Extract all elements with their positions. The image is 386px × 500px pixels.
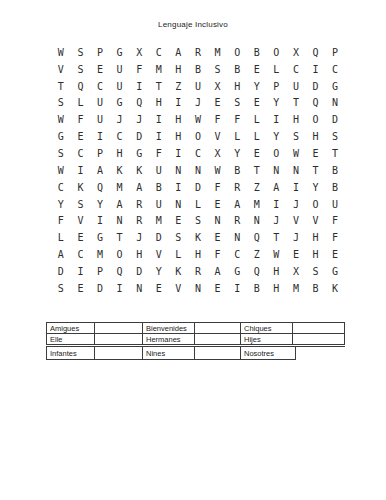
word-cell-hijes: Hijes	[241, 334, 293, 345]
grid-cell-r13c6: V	[149, 246, 169, 263]
grid-cell-r5c10: F	[227, 111, 247, 128]
grid-cell-r11c2: V	[71, 212, 91, 229]
grid-cell-r3c6: T	[149, 78, 169, 95]
grid-cell-r2c3: E	[90, 61, 110, 78]
grid-cell-r11c4: N	[110, 212, 130, 229]
answer-blank-cell	[95, 323, 143, 334]
puzzle-title: Lenguaje Inclusivo	[0, 20, 386, 29]
grid-cell-r3c14: D	[306, 78, 326, 95]
grid-cell-r9c12: A	[267, 179, 287, 196]
grid-cell-r12c9: E	[208, 229, 228, 246]
grid-cell-r5c11: L	[247, 111, 267, 128]
grid-cell-r14c4: Q	[110, 263, 130, 280]
grid-cell-r15c12: H	[267, 280, 287, 297]
grid-cell-r5c1: W	[51, 111, 71, 128]
grid-cell-r12c6: D	[149, 229, 169, 246]
grid-cell-r1c6: C	[149, 44, 169, 61]
grid-cell-r11c8: S	[188, 212, 208, 229]
grid-cell-r8c3: A	[90, 162, 110, 179]
grid-cell-r7c13: W	[286, 145, 306, 162]
grid-cell-r15c15: K	[325, 280, 345, 297]
grid-cell-r1c7: A	[169, 44, 189, 61]
grid-cell-r3c8: U	[188, 78, 208, 95]
grid-cell-r9c5: A	[129, 179, 149, 196]
grid-cell-r5c7: H	[169, 111, 189, 128]
grid-cell-r1c5: X	[129, 44, 149, 61]
grid-cell-r10c2: S	[71, 196, 91, 213]
grid-cell-r4c11: E	[247, 95, 267, 112]
grid-cell-r13c8: H	[188, 246, 208, 263]
grid-cell-r12c2: E	[71, 229, 91, 246]
grid-cell-r14c14: S	[306, 263, 326, 280]
grid-cell-r4c2: L	[71, 95, 91, 112]
grid-cell-r8c13: N	[286, 162, 306, 179]
grid-cell-r6c7: H	[169, 128, 189, 145]
grid-cell-r2c4: U	[110, 61, 130, 78]
grid-cell-r8c14: T	[306, 162, 326, 179]
grid-cell-r13c2: C	[71, 246, 91, 263]
grid-cell-r9c10: R	[227, 179, 247, 196]
grid-cell-r14c5: D	[129, 263, 149, 280]
grid-cell-r10c8: L	[188, 196, 208, 213]
grid-cell-r13c15: E	[325, 246, 345, 263]
grid-cell-r9c13: I	[286, 179, 306, 196]
word-cell-hermanes: Hermanes	[143, 334, 195, 345]
answer-blank-cell	[195, 323, 241, 334]
grid-cell-r6c1: G	[51, 128, 71, 145]
grid-cell-r10c15: U	[325, 196, 345, 213]
word-cell-chiques: Chiques	[241, 323, 293, 334]
grid-cell-r4c8: J	[188, 95, 208, 112]
grid-cell-r3c5: I	[129, 78, 149, 95]
grid-cell-r1c2: S	[71, 44, 91, 61]
grid-cell-r5c4: J	[110, 111, 130, 128]
grid-cell-r9c8: D	[188, 179, 208, 196]
grid-cell-r8c9: W	[208, 162, 228, 179]
grid-cell-r12c3: G	[90, 229, 110, 246]
grid-cell-r11c6: M	[149, 212, 169, 229]
grid-cell-r15c4: I	[110, 280, 130, 297]
grid-cell-r11c3: I	[90, 212, 110, 229]
grid-cell-r12c8: K	[188, 229, 208, 246]
grid-cell-r3c3: C	[90, 78, 110, 95]
grid-cell-r3c9: X	[208, 78, 228, 95]
grid-cell-r13c14: H	[306, 246, 326, 263]
grid-cell-r14c2: I	[71, 263, 91, 280]
letter-grid: WSPGXCARMOBOXQPVSEUFMHBSBELCICTQCUITZUXH…	[51, 44, 345, 297]
grid-cell-r7c4: H	[110, 145, 130, 162]
grid-cell-r11c10: R	[227, 212, 247, 229]
grid-cell-r7c9: X	[208, 145, 228, 162]
grid-cell-r11c9: N	[208, 212, 228, 229]
grid-cell-r2c13: C	[286, 61, 306, 78]
grid-cell-r2c8: B	[188, 61, 208, 78]
grid-cell-r13c10: C	[227, 246, 247, 263]
grid-cell-r14c12: H	[267, 263, 287, 280]
grid-cell-r3c2: Q	[71, 78, 91, 95]
word-cell-bienvenides: Bienvenides	[143, 323, 195, 334]
word-list-table: AmiguesBienvenidesChiquesElleHermanesHij…	[46, 322, 345, 360]
grid-cell-r14c7: K	[169, 263, 189, 280]
grid-cell-r10c1: Y	[51, 196, 71, 213]
grid-cell-r2c2: S	[71, 61, 91, 78]
grid-cell-r5c15: D	[325, 111, 345, 128]
grid-cell-r8c4: K	[110, 162, 130, 179]
grid-cell-r14c11: Q	[247, 263, 267, 280]
grid-cell-r10c14: O	[306, 196, 326, 213]
grid-cell-r13c7: L	[169, 246, 189, 263]
grid-cell-r6c13: S	[286, 128, 306, 145]
grid-cell-r4c7: I	[169, 95, 189, 112]
grid-cell-r6c3: I	[90, 128, 110, 145]
grid-cell-r2c7: H	[169, 61, 189, 78]
grid-cell-r7c6: F	[149, 145, 169, 162]
grid-cell-r11c15: F	[325, 212, 345, 229]
grid-cell-r7c1: S	[51, 145, 71, 162]
grid-cell-r13c3: M	[90, 246, 110, 263]
grid-cell-r9c14: Y	[306, 179, 326, 196]
grid-cell-r14c15: G	[325, 263, 345, 280]
grid-cell-r12c13: J	[286, 229, 306, 246]
grid-cell-r7c15: T	[325, 145, 345, 162]
grid-cell-r6c14: H	[306, 128, 326, 145]
grid-cell-r12c7: S	[169, 229, 189, 246]
grid-cell-r15c2: E	[71, 280, 91, 297]
grid-cell-r13c5: H	[129, 246, 149, 263]
grid-cell-r15c6: E	[149, 280, 169, 297]
grid-cell-r9c3: Q	[90, 179, 110, 196]
grid-cell-r7c11: E	[247, 145, 267, 162]
grid-cell-r4c6: H	[149, 95, 169, 112]
grid-cell-r12c15: F	[325, 229, 345, 246]
grid-cell-r9c11: Z	[247, 179, 267, 196]
grid-cell-r11c7: E	[169, 212, 189, 229]
grid-cell-r15c1: S	[51, 280, 71, 297]
word-cell-infantes: Infantes	[47, 347, 95, 360]
grid-cell-r10c9: E	[208, 196, 228, 213]
grid-cell-r14c6: Y	[149, 263, 169, 280]
grid-cell-r1c13: X	[286, 44, 306, 61]
word-table-row-3: InfantesNinesNosotres	[46, 346, 345, 360]
grid-cell-r8c5: K	[129, 162, 149, 179]
grid-cell-r8c2: I	[71, 162, 91, 179]
grid-cell-r11c14: V	[306, 212, 326, 229]
grid-cell-r4c9: E	[208, 95, 228, 112]
grid-cell-r2c10: B	[227, 61, 247, 78]
grid-cell-r15c5: N	[129, 280, 149, 297]
grid-cell-r8c1: W	[51, 162, 71, 179]
grid-cell-r1c14: Q	[306, 44, 326, 61]
grid-cell-r3c1: T	[51, 78, 71, 95]
grid-cell-r10c4: A	[110, 196, 130, 213]
grid-cell-r3c4: U	[110, 78, 130, 95]
grid-cell-r5c8: W	[188, 111, 208, 128]
word-cell-amigues: Amigues	[47, 323, 95, 334]
grid-cell-r1c4: G	[110, 44, 130, 61]
grid-cell-r11c13: V	[286, 212, 306, 229]
grid-cell-r14c9: A	[208, 263, 228, 280]
grid-cell-r10c6: U	[149, 196, 169, 213]
grid-cell-r2c6: M	[149, 61, 169, 78]
grid-cell-r14c10: G	[227, 263, 247, 280]
grid-cell-r2c15: C	[325, 61, 345, 78]
grid-cell-r6c4: C	[110, 128, 130, 145]
grid-cell-r2c1: V	[51, 61, 71, 78]
grid-cell-r6c2: E	[71, 128, 91, 145]
grid-cell-r1c8: R	[188, 44, 208, 61]
grid-cell-r4c3: U	[90, 95, 110, 112]
grid-cell-r5c12: I	[267, 111, 287, 128]
grid-cell-r8c10: B	[227, 162, 247, 179]
grid-cell-r3c10: H	[227, 78, 247, 95]
grid-cell-r9c15: B	[325, 179, 345, 196]
grid-cell-r13c1: A	[51, 246, 71, 263]
grid-cell-r12c5: J	[129, 229, 149, 246]
grid-cell-r4c15: N	[325, 95, 345, 112]
grid-cell-r13c9: F	[208, 246, 228, 263]
grid-cell-r1c3: P	[90, 44, 110, 61]
grid-cell-r15c8: N	[188, 280, 208, 297]
grid-cell-r11c12: J	[267, 212, 287, 229]
grid-cell-r12c12: T	[267, 229, 287, 246]
grid-cell-r5c13: H	[286, 111, 306, 128]
grid-cell-r15c3: D	[90, 280, 110, 297]
grid-cell-r15c10: I	[227, 280, 247, 297]
grid-cell-r14c1: D	[51, 263, 71, 280]
grid-cell-r5c2: F	[71, 111, 91, 128]
answer-blank-cell	[195, 334, 241, 345]
grid-cell-r11c1: F	[51, 212, 71, 229]
grid-cell-r13c13: E	[286, 246, 306, 263]
grid-cell-r7c5: G	[129, 145, 149, 162]
grid-cell-r6c5: D	[129, 128, 149, 145]
grid-cell-r13c4: O	[110, 246, 130, 263]
grid-cell-r9c4: M	[110, 179, 130, 196]
grid-cell-r7c14: E	[306, 145, 326, 162]
grid-cell-r3c11: Y	[247, 78, 267, 95]
grid-cell-r2c11: E	[247, 61, 267, 78]
grid-cell-r13c12: W	[267, 246, 287, 263]
grid-cell-r12c1: L	[51, 229, 71, 246]
grid-cell-r8c6: U	[149, 162, 169, 179]
grid-cell-r1c12: O	[267, 44, 287, 61]
grid-cell-r2c12: L	[267, 61, 287, 78]
grid-cell-r6c10: L	[227, 128, 247, 145]
grid-cell-r9c1: C	[51, 179, 71, 196]
answer-blank-cell	[195, 347, 241, 360]
grid-cell-r5c9: F	[208, 111, 228, 128]
grid-cell-r12c10: N	[227, 229, 247, 246]
grid-cell-r1c15: P	[325, 44, 345, 61]
grid-cell-r6c6: I	[149, 128, 169, 145]
grid-cell-r2c5: F	[129, 61, 149, 78]
grid-cell-r15c7: V	[169, 280, 189, 297]
grid-cell-r15c14: B	[306, 280, 326, 297]
grid-cell-r8c7: N	[169, 162, 189, 179]
grid-cell-r9c6: B	[149, 179, 169, 196]
grid-cell-r8c12: N	[267, 162, 287, 179]
grid-cell-r5c3: U	[90, 111, 110, 128]
grid-cell-r10c11: M	[247, 196, 267, 213]
grid-cell-r8c15: B	[325, 162, 345, 179]
grid-cell-r4c5: Q	[129, 95, 149, 112]
grid-cell-r12c14: H	[306, 229, 326, 246]
grid-cell-r13c11: Z	[247, 246, 267, 263]
grid-cell-r4c10: S	[227, 95, 247, 112]
grid-cell-r9c7: I	[169, 179, 189, 196]
grid-cell-r3c12: P	[267, 78, 287, 95]
grid-cell-r8c11: T	[247, 162, 267, 179]
grid-cell-r2c14: I	[306, 61, 326, 78]
grid-cell-r11c5: R	[129, 212, 149, 229]
grid-cell-r1c9: M	[208, 44, 228, 61]
grid-cell-r8c8: N	[188, 162, 208, 179]
grid-cell-r4c13: T	[286, 95, 306, 112]
grid-cell-r4c1: S	[51, 95, 71, 112]
grid-cell-r10c12: I	[267, 196, 287, 213]
grid-cell-r6c9: V	[208, 128, 228, 145]
grid-cell-r4c14: Q	[306, 95, 326, 112]
grid-cell-r10c7: N	[169, 196, 189, 213]
grid-cell-r3c13: U	[286, 78, 306, 95]
grid-cell-r6c15: S	[325, 128, 345, 145]
grid-cell-r1c1: W	[51, 44, 71, 61]
answer-blank-cell	[95, 334, 143, 345]
grid-cell-r12c11: Q	[247, 229, 267, 246]
grid-cell-r3c15: G	[325, 78, 345, 95]
word-table-rows-1-2: AmiguesBienvenidesChiquesElleHermanesHij…	[46, 322, 345, 345]
grid-cell-r1c11: B	[247, 44, 267, 61]
answer-blank-cell	[95, 347, 143, 360]
grid-cell-r10c5: R	[129, 196, 149, 213]
grid-cell-r6c11: L	[247, 128, 267, 145]
word-cell-nines: Nines	[143, 347, 195, 360]
grid-cell-r3c7: Z	[169, 78, 189, 95]
grid-cell-r15c11: B	[247, 280, 267, 297]
grid-cell-r14c13: X	[286, 263, 306, 280]
grid-cell-r11c11: N	[247, 212, 267, 229]
grid-cell-r9c2: K	[71, 179, 91, 196]
grid-cell-r7c2: C	[71, 145, 91, 162]
grid-cell-r10c10: A	[227, 196, 247, 213]
grid-cell-r9c9: F	[208, 179, 228, 196]
grid-cell-r14c8: R	[188, 263, 208, 280]
grid-cell-r7c8: C	[188, 145, 208, 162]
grid-cell-r4c4: G	[110, 95, 130, 112]
grid-cell-r15c9: E	[208, 280, 228, 297]
word-cell-elle: Elle	[47, 334, 95, 345]
grid-cell-r6c8: O	[188, 128, 208, 145]
answer-blank-cell	[293, 334, 345, 345]
grid-cell-r7c3: P	[90, 145, 110, 162]
grid-cell-r2c9: S	[208, 61, 228, 78]
grid-cell-r12c4: T	[110, 229, 130, 246]
grid-cell-r14c3: P	[90, 263, 110, 280]
grid-cell-r5c6: I	[149, 111, 169, 128]
grid-cell-r7c12: O	[267, 145, 287, 162]
grid-cell-r1c10: O	[227, 44, 247, 61]
grid-cell-r15c13: M	[286, 280, 306, 297]
grid-cell-r6c12: Y	[267, 128, 287, 145]
grid-cell-r5c14: O	[306, 111, 326, 128]
answer-blank-cell	[293, 323, 345, 334]
grid-cell-r4c12: Y	[267, 95, 287, 112]
grid-cell-r5c5: J	[129, 111, 149, 128]
word-cell-nosotres: Nosotres	[241, 347, 296, 360]
grid-cell-r7c7: I	[169, 145, 189, 162]
grid-cell-r7c10: Y	[227, 145, 247, 162]
grid-cell-r10c3: Y	[90, 196, 110, 213]
grid-cell-r10c13: J	[286, 196, 306, 213]
